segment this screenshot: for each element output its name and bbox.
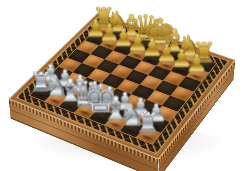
silver-white-rook-h1: ♜ [135,108,160,136]
brass-black-pawn-h7: ♟ [185,51,207,76]
square-h5 [170,86,193,101]
square-h1: ♜ [136,126,161,143]
board-top-face: ♜♞♝♛♚♝♞♜♟♟♟♟♟♟♟♟♟♟♟♟♟♟♟♟♜♞♝♛♚♝♞♜ [9,13,236,160]
chess-set-scene: ♜♞♝♛♚♝♞♜♟♟♟♟♟♟♟♟♟♟♟♟♟♟♟♟♜♞♝♛♚♝♞♜ [0,0,250,171]
chess-board-box: ♜♞♝♛♚♝♞♜♟♟♟♟♟♟♟♟♟♟♟♟♟♟♟♟♜♞♝♛♚♝♞♜ [9,13,236,160]
square-h7: ♟ [186,67,209,82]
